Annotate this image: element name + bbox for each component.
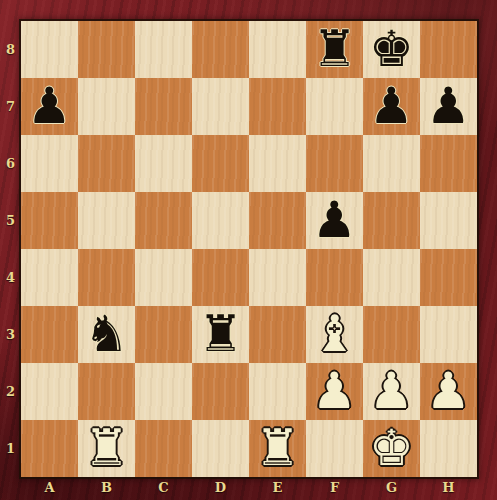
piece-black-king-g8[interactable]: ♚	[369, 21, 414, 78]
file-label-h: H	[420, 477, 477, 500]
piece-white-bishop-f3[interactable]: ♝	[312, 306, 357, 363]
square-a4[interactable]	[21, 249, 78, 306]
square-a2[interactable]	[21, 363, 78, 420]
chessboard-frame: ♜♚♟♟♟♟♞♜♝♟♟♟♜♜♚ 87654321ABCDEFGH	[0, 0, 497, 500]
square-c4[interactable]	[135, 249, 192, 306]
square-h4[interactable]	[420, 249, 477, 306]
piece-white-rook-e1[interactable]: ♜	[255, 420, 300, 477]
square-e3[interactable]	[249, 306, 306, 363]
square-g8[interactable]: ♚	[363, 21, 420, 78]
square-f3[interactable]: ♝	[306, 306, 363, 363]
rank-label-8: 8	[0, 21, 21, 78]
square-f5[interactable]: ♟	[306, 192, 363, 249]
square-h5[interactable]	[420, 192, 477, 249]
square-f4[interactable]	[306, 249, 363, 306]
square-g4[interactable]	[363, 249, 420, 306]
square-d3[interactable]: ♜	[192, 306, 249, 363]
square-a5[interactable]	[21, 192, 78, 249]
square-g6[interactable]	[363, 135, 420, 192]
square-b2[interactable]	[78, 363, 135, 420]
square-a7[interactable]: ♟	[21, 78, 78, 135]
square-h8[interactable]	[420, 21, 477, 78]
file-label-g: G	[363, 477, 420, 500]
square-d6[interactable]	[192, 135, 249, 192]
square-f6[interactable]	[306, 135, 363, 192]
square-e7[interactable]	[249, 78, 306, 135]
square-c1[interactable]	[135, 420, 192, 477]
square-g5[interactable]	[363, 192, 420, 249]
square-e4[interactable]	[249, 249, 306, 306]
square-b7[interactable]	[78, 78, 135, 135]
square-g7[interactable]: ♟	[363, 78, 420, 135]
square-b3[interactable]: ♞	[78, 306, 135, 363]
square-e8[interactable]	[249, 21, 306, 78]
piece-white-pawn-f2[interactable]: ♟	[312, 363, 357, 420]
square-e2[interactable]	[249, 363, 306, 420]
square-b6[interactable]	[78, 135, 135, 192]
square-f7[interactable]	[306, 78, 363, 135]
piece-white-pawn-h2[interactable]: ♟	[426, 363, 471, 420]
square-h3[interactable]	[420, 306, 477, 363]
piece-white-pawn-g2[interactable]: ♟	[369, 363, 414, 420]
square-f1[interactable]	[306, 420, 363, 477]
rank-label-1: 1	[0, 420, 21, 477]
square-h1[interactable]	[420, 420, 477, 477]
file-label-c: C	[135, 477, 192, 500]
square-d1[interactable]	[192, 420, 249, 477]
square-g3[interactable]	[363, 306, 420, 363]
square-c3[interactable]	[135, 306, 192, 363]
chess-board: ♜♚♟♟♟♟♞♜♝♟♟♟♜♜♚	[21, 21, 477, 477]
file-label-a: A	[21, 477, 78, 500]
file-label-d: D	[192, 477, 249, 500]
square-c6[interactable]	[135, 135, 192, 192]
square-a3[interactable]	[21, 306, 78, 363]
square-b4[interactable]	[78, 249, 135, 306]
piece-black-rook-d3[interactable]: ♜	[198, 306, 243, 363]
piece-black-pawn-g7[interactable]: ♟	[369, 78, 414, 135]
square-a1[interactable]	[21, 420, 78, 477]
square-a6[interactable]	[21, 135, 78, 192]
square-h6[interactable]	[420, 135, 477, 192]
file-label-b: B	[78, 477, 135, 500]
piece-white-king-g1[interactable]: ♚	[369, 420, 414, 477]
square-f8[interactable]: ♜	[306, 21, 363, 78]
file-label-f: F	[306, 477, 363, 500]
piece-white-rook-b1[interactable]: ♜	[84, 420, 129, 477]
rank-label-6: 6	[0, 135, 21, 192]
piece-black-pawn-h7[interactable]: ♟	[426, 78, 471, 135]
piece-black-knight-b3[interactable]: ♞	[84, 306, 129, 363]
rank-label-7: 7	[0, 78, 21, 135]
square-c7[interactable]	[135, 78, 192, 135]
rank-label-2: 2	[0, 363, 21, 420]
square-e5[interactable]	[249, 192, 306, 249]
square-e1[interactable]: ♜	[249, 420, 306, 477]
rank-label-5: 5	[0, 192, 21, 249]
square-h7[interactable]: ♟	[420, 78, 477, 135]
square-g1[interactable]: ♚	[363, 420, 420, 477]
square-c8[interactable]	[135, 21, 192, 78]
square-g2[interactable]: ♟	[363, 363, 420, 420]
file-label-e: E	[249, 477, 306, 500]
square-d8[interactable]	[192, 21, 249, 78]
square-b8[interactable]	[78, 21, 135, 78]
square-c2[interactable]	[135, 363, 192, 420]
square-d2[interactable]	[192, 363, 249, 420]
square-h2[interactable]: ♟	[420, 363, 477, 420]
square-d7[interactable]	[192, 78, 249, 135]
square-d4[interactable]	[192, 249, 249, 306]
rank-label-3: 3	[0, 306, 21, 363]
square-c5[interactable]	[135, 192, 192, 249]
square-b5[interactable]	[78, 192, 135, 249]
rank-label-4: 4	[0, 249, 21, 306]
square-d5[interactable]	[192, 192, 249, 249]
square-e6[interactable]	[249, 135, 306, 192]
piece-black-pawn-a7[interactable]: ♟	[27, 78, 72, 135]
piece-black-pawn-f5[interactable]: ♟	[312, 192, 357, 249]
piece-black-rook-f8[interactable]: ♜	[312, 21, 357, 78]
square-a8[interactable]	[21, 21, 78, 78]
square-b1[interactable]: ♜	[78, 420, 135, 477]
square-f2[interactable]: ♟	[306, 363, 363, 420]
